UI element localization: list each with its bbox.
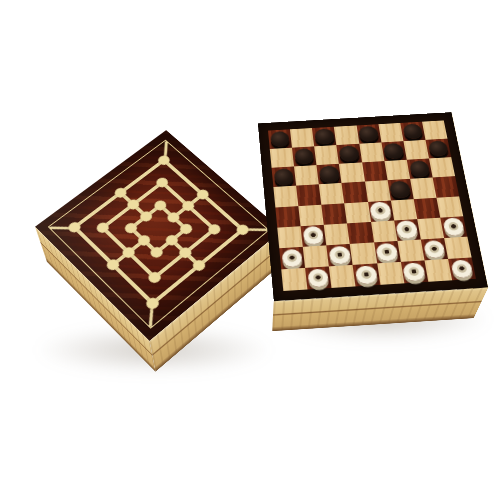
checkers-square-h3 [440,216,467,238]
white-checker-piece [396,221,419,239]
checkers-square-b3 [301,224,327,246]
checkers-square-f2 [397,239,424,261]
checkers-square-h2 [444,236,472,258]
checkers-square-f3 [394,219,421,241]
black-checker-piece [319,166,340,183]
checkers-square-d6 [339,163,364,184]
product-photo [0,0,500,500]
checkers-square-e6 [362,161,388,182]
checkers-square-f5 [387,179,413,200]
checkers-square-c8 [312,127,337,147]
checkers-square-f4 [390,199,416,220]
black-checker-piece [274,168,295,185]
checkers-square-f7 [381,141,406,161]
checkers-square-g3 [417,217,444,239]
checkers-box [258,112,488,301]
checkers-square-d4 [345,202,371,224]
checkers-square-e4 [368,200,394,222]
checkers-grid [268,120,476,291]
checkers-square-c1 [329,265,356,288]
checkers-square-f6 [384,160,410,181]
checkers-square-f1 [400,260,428,283]
checkers-square-d5 [342,182,368,203]
checkers-square-b5 [296,185,321,206]
checkers-square-b1 [305,266,332,289]
checkers-square-c4 [321,203,347,225]
white-checker-piece [307,268,329,287]
black-checker-piece [314,128,335,145]
checkers-square-a3 [277,226,303,248]
checkers-square-a4 [275,206,300,228]
black-checker-piece [383,143,404,160]
checkers-square-h8 [422,120,448,140]
white-checker-piece [403,262,426,281]
white-checker-piece [370,202,392,220]
checkers-square-g1 [424,259,452,282]
checkers-square-a2 [279,247,305,270]
checkers-square-d8 [334,125,359,145]
checkers-square-c6 [317,164,342,185]
checkers-square-b7 [292,146,317,166]
checkers-square-e3 [371,220,398,242]
checkers-square-h7 [425,139,451,159]
checkers-square-d2 [350,242,377,265]
black-checker-piece [339,145,360,162]
checkers-square-h6 [429,157,455,177]
checkers-square-h4 [436,196,463,217]
black-checker-piece [409,160,431,177]
white-checker-piece [376,243,399,262]
checkers-box-scene [0,0,500,500]
checkers-square-b4 [298,204,324,226]
checkers-square-b6 [294,165,319,186]
black-checker-piece [270,131,290,148]
black-checker-piece [402,123,423,139]
checkers-square-d3 [347,222,373,244]
checkers-square-a5 [273,186,298,207]
checkers-square-g2 [421,238,448,260]
white-checker-piece [450,259,474,278]
checkers-square-e7 [359,143,384,163]
checkers-square-e1 [377,262,404,285]
checkers-square-e5 [365,180,391,201]
checkers-square-b8 [290,128,314,148]
checkers-square-a8 [268,129,292,149]
checkers-square-e8 [356,124,381,144]
checkers-board [258,112,488,301]
checkers-square-c5 [319,183,344,204]
white-checker-piece [423,240,446,259]
checkers-square-d1 [353,263,380,286]
white-checker-piece [303,226,325,245]
checkers-square-a1 [281,268,307,291]
checkers-square-h1 [448,257,476,280]
checkers-square-a7 [270,148,294,168]
checkers-square-d7 [337,144,362,164]
checkers-square-f8 [378,123,403,143]
white-checker-piece [442,218,465,236]
checkers-square-b2 [303,245,329,268]
black-checker-piece [358,126,379,143]
checkers-square-c2 [326,244,352,267]
white-checker-piece [329,245,351,264]
checkers-square-e2 [374,241,401,264]
white-checker-piece [355,265,378,284]
checkers-square-c3 [324,223,350,245]
checkers-square-h5 [433,176,460,197]
black-checker-piece [294,148,315,165]
checkers-square-a6 [272,167,297,188]
black-checker-piece [389,181,411,199]
black-checker-piece [427,140,449,157]
white-checker-piece [281,248,303,267]
checkers-square-c7 [314,145,339,165]
